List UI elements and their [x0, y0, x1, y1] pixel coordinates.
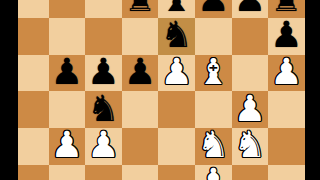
white-pawn[interactable]: ♟	[87, 127, 119, 163]
square-e3[interactable]	[158, 128, 195, 165]
square-h3[interactable]	[268, 128, 305, 165]
white-pawn[interactable]: ♟	[51, 127, 83, 163]
square-g2[interactable]	[232, 165, 269, 180]
black-pawn[interactable]: ♟	[234, 0, 266, 17]
square-g4[interactable]: ♟	[232, 91, 269, 128]
square-d2[interactable]	[122, 165, 159, 180]
square-e6[interactable]: ♞	[158, 18, 195, 55]
black-pawn[interactable]: ♟	[197, 0, 229, 17]
square-d6[interactable]	[122, 18, 159, 55]
white-knight[interactable]: ♞	[197, 127, 229, 163]
square-g3[interactable]: ♞	[232, 128, 269, 165]
square-e2[interactable]	[158, 165, 195, 180]
square-f6[interactable]	[195, 18, 232, 55]
square-b6[interactable]	[49, 18, 86, 55]
square-d3[interactable]	[122, 128, 159, 165]
chess-app-viewport: ♜♝♟♟♜♞♟♟♟♟♟♝♟♞♟♟♟♞♞♟	[0, 0, 320, 180]
square-h5[interactable]: ♟	[268, 55, 305, 92]
square-f3[interactable]: ♞	[195, 128, 232, 165]
square-h4[interactable]	[268, 91, 305, 128]
black-pawn[interactable]: ♟	[270, 17, 302, 53]
right-letterbox-bar	[305, 0, 320, 180]
white-pawn[interactable]: ♟	[234, 91, 266, 127]
square-c7[interactable]	[85, 0, 122, 18]
square-f2[interactable]: ♟	[195, 165, 232, 180]
square-c3[interactable]: ♟	[85, 128, 122, 165]
square-b4[interactable]	[49, 91, 86, 128]
square-e4[interactable]	[158, 91, 195, 128]
square-c6[interactable]	[85, 18, 122, 55]
black-pawn[interactable]: ♟	[87, 54, 119, 90]
square-f5[interactable]: ♝	[195, 55, 232, 92]
square-b5[interactable]: ♟	[49, 55, 86, 92]
white-pawn[interactable]: ♟	[270, 54, 302, 90]
white-bishop[interactable]: ♝	[197, 54, 229, 90]
square-d7[interactable]: ♜	[122, 0, 159, 18]
square-f7[interactable]: ♟	[195, 0, 232, 18]
square-g7[interactable]: ♟	[232, 0, 269, 18]
white-knight[interactable]: ♞	[234, 127, 266, 163]
square-c4[interactable]: ♞	[85, 91, 122, 128]
left-letterbox-bar	[0, 0, 18, 180]
square-h2[interactable]	[268, 165, 305, 180]
white-pawn[interactable]: ♟	[161, 54, 193, 90]
black-rook[interactable]: ♜	[124, 0, 156, 17]
square-g5[interactable]	[232, 55, 269, 92]
square-b3[interactable]: ♟	[49, 128, 86, 165]
square-b2[interactable]	[49, 165, 86, 180]
square-g6[interactable]	[232, 18, 269, 55]
square-e5[interactable]: ♟	[158, 55, 195, 92]
chess-board: ♜♝♟♟♜♞♟♟♟♟♟♝♟♞♟♟♟♞♞♟	[12, 0, 305, 180]
black-knight[interactable]: ♞	[161, 17, 193, 53]
square-c5[interactable]: ♟	[85, 55, 122, 92]
square-b7[interactable]	[49, 0, 86, 18]
black-knight[interactable]: ♞	[87, 91, 119, 127]
black-pawn[interactable]: ♟	[124, 54, 156, 90]
square-h6[interactable]: ♟	[268, 18, 305, 55]
square-d5[interactable]: ♟	[122, 55, 159, 92]
black-pawn[interactable]: ♟	[51, 54, 83, 90]
white-pawn[interactable]: ♟	[197, 164, 229, 180]
square-d4[interactable]	[122, 91, 159, 128]
square-f4[interactable]	[195, 91, 232, 128]
square-c2[interactable]	[85, 165, 122, 180]
